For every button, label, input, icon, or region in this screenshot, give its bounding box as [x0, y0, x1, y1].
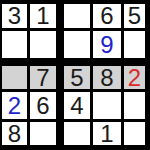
sudoku-board: 31659758226481 [0, 0, 150, 150]
cell-r3c1[interactable] [2, 66, 27, 89]
cell-r4c5[interactable] [124, 92, 145, 119]
cell-r2c3[interactable] [64, 31, 90, 58]
cell-r3c4[interactable]: 8 [93, 66, 121, 89]
cell-r2c2[interactable] [30, 31, 56, 58]
cell-r3c2[interactable]: 7 [30, 66, 56, 89]
cell-r3c5[interactable]: 2 [124, 66, 145, 89]
cell-r2c1[interactable] [2, 31, 27, 58]
cell-r5c3[interactable] [64, 122, 90, 145]
cell-r1c2[interactable]: 1 [30, 4, 56, 28]
cell-r2c5[interactable] [124, 31, 145, 58]
cell-r5c5[interactable] [124, 122, 145, 145]
cell-r1c1[interactable]: 3 [2, 4, 27, 28]
cell-r1c5[interactable]: 5 [124, 4, 145, 28]
cell-r3c3[interactable]: 5 [64, 66, 90, 89]
cell-r4c3[interactable]: 4 [64, 92, 90, 119]
cell-r1c3[interactable] [64, 4, 90, 28]
cell-r5c4[interactable]: 1 [93, 122, 121, 145]
cell-r5c1[interactable]: 8 [2, 122, 27, 145]
cell-r4c2[interactable]: 6 [30, 92, 56, 119]
cell-r2c4[interactable]: 9 [93, 31, 121, 58]
cell-r5c2[interactable] [30, 122, 56, 145]
cell-r1c4[interactable]: 6 [93, 4, 121, 28]
cell-r4c1[interactable]: 2 [2, 92, 27, 119]
cell-r4c4[interactable] [93, 92, 121, 119]
